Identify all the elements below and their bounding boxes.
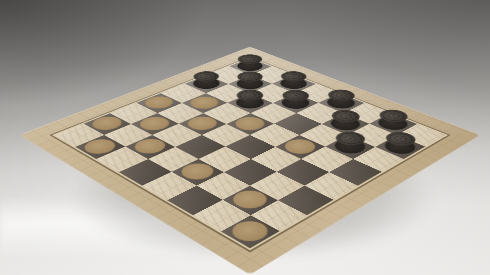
dark-checker-piece[interactable] <box>276 69 312 84</box>
dark-checker-piece[interactable] <box>233 53 267 67</box>
checkers-board <box>19 47 480 275</box>
photo-scene <box>0 0 490 275</box>
board-grid <box>55 58 445 248</box>
light-checker-piece[interactable] <box>135 107 174 125</box>
perspective-container <box>0 0 490 275</box>
light-checker-piece[interactable] <box>87 107 126 125</box>
dark-checker-piece[interactable] <box>326 107 365 125</box>
